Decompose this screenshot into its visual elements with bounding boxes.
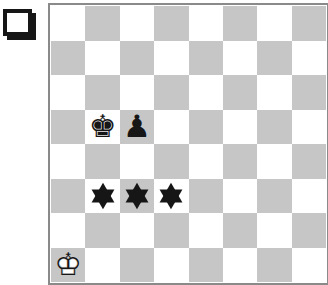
square-g6[interactable] bbox=[257, 75, 291, 110]
square-e2[interactable] bbox=[189, 213, 223, 248]
square-b5[interactable]: ♚ bbox=[85, 110, 119, 145]
black-pawn-glyph: ♟ bbox=[123, 111, 151, 142]
square-d6[interactable] bbox=[154, 75, 188, 110]
square-c2[interactable] bbox=[120, 213, 154, 248]
square-h1[interactable] bbox=[292, 248, 326, 283]
white-to-move-indicator bbox=[3, 9, 32, 36]
square-h2[interactable] bbox=[292, 213, 326, 248]
square-c8[interactable] bbox=[120, 6, 154, 41]
square-d1[interactable] bbox=[154, 248, 188, 283]
square-g7[interactable] bbox=[257, 41, 291, 76]
square-c3[interactable] bbox=[120, 179, 154, 214]
square-e1[interactable] bbox=[189, 248, 223, 283]
square-c7[interactable] bbox=[120, 41, 154, 76]
square-f5[interactable] bbox=[223, 110, 257, 145]
square-d4[interactable] bbox=[154, 144, 188, 179]
square-e4[interactable] bbox=[189, 144, 223, 179]
square-f6[interactable] bbox=[223, 75, 257, 110]
square-b1[interactable] bbox=[85, 248, 119, 283]
piece-black-star bbox=[120, 179, 154, 214]
square-e5[interactable] bbox=[189, 110, 223, 145]
square-b2[interactable] bbox=[85, 213, 119, 248]
square-d7[interactable] bbox=[154, 41, 188, 76]
six-pointed-star-icon bbox=[89, 182, 117, 210]
piece-black-king: ♚ bbox=[85, 110, 119, 145]
piece-black-star bbox=[85, 179, 119, 214]
square-h5[interactable] bbox=[292, 110, 326, 145]
square-f7[interactable] bbox=[223, 41, 257, 76]
piece-black-pawn: ♟ bbox=[120, 110, 154, 145]
square-h4[interactable] bbox=[292, 144, 326, 179]
square-e3[interactable] bbox=[189, 179, 223, 214]
square-g1[interactable] bbox=[257, 248, 291, 283]
square-b4[interactable] bbox=[85, 144, 119, 179]
square-d2[interactable] bbox=[154, 213, 188, 248]
six-pointed-star-icon bbox=[157, 182, 185, 210]
square-e8[interactable] bbox=[189, 6, 223, 41]
square-a4[interactable] bbox=[51, 144, 85, 179]
square-f4[interactable] bbox=[223, 144, 257, 179]
piece-white-king: ♚♔ bbox=[51, 248, 85, 283]
square-d5[interactable] bbox=[154, 110, 188, 145]
square-f1[interactable] bbox=[223, 248, 257, 283]
square-b7[interactable] bbox=[85, 41, 119, 76]
square-c1[interactable] bbox=[120, 248, 154, 283]
square-g3[interactable] bbox=[257, 179, 291, 214]
square-a8[interactable] bbox=[51, 6, 85, 41]
square-c5[interactable]: ♟ bbox=[120, 110, 154, 145]
square-h6[interactable] bbox=[292, 75, 326, 110]
square-e7[interactable] bbox=[189, 41, 223, 76]
square-a2[interactable] bbox=[51, 213, 85, 248]
square-c4[interactable] bbox=[120, 144, 154, 179]
square-h3[interactable] bbox=[292, 179, 326, 214]
square-a7[interactable] bbox=[51, 41, 85, 76]
square-f2[interactable] bbox=[223, 213, 257, 248]
square-f8[interactable] bbox=[223, 6, 257, 41]
square-d3[interactable] bbox=[154, 179, 188, 214]
square-a6[interactable] bbox=[51, 75, 85, 110]
square-a1[interactable]: ♚♔ bbox=[51, 248, 85, 283]
piece-black-star bbox=[154, 179, 188, 214]
black-king-glyph: ♚ bbox=[89, 111, 117, 142]
square-b6[interactable] bbox=[85, 75, 119, 110]
square-a5[interactable] bbox=[51, 110, 85, 145]
chess-board: ♚♟♚♔ bbox=[48, 3, 328, 285]
square-g8[interactable] bbox=[257, 6, 291, 41]
square-e6[interactable] bbox=[189, 75, 223, 110]
square-h7[interactable] bbox=[292, 41, 326, 76]
square-d8[interactable] bbox=[154, 6, 188, 41]
square-b8[interactable] bbox=[85, 6, 119, 41]
square-c6[interactable] bbox=[120, 75, 154, 110]
square-f3[interactable] bbox=[223, 179, 257, 214]
six-pointed-star-icon bbox=[123, 182, 151, 210]
square-g4[interactable] bbox=[257, 144, 291, 179]
square-b3[interactable] bbox=[85, 179, 119, 214]
white-king-glyph-fill: ♚ bbox=[54, 249, 82, 280]
square-h8[interactable] bbox=[292, 6, 326, 41]
square-g5[interactable] bbox=[257, 110, 291, 145]
square-a3[interactable] bbox=[51, 179, 85, 214]
square-g2[interactable] bbox=[257, 213, 291, 248]
white-king-glyph: ♔ bbox=[54, 249, 82, 280]
